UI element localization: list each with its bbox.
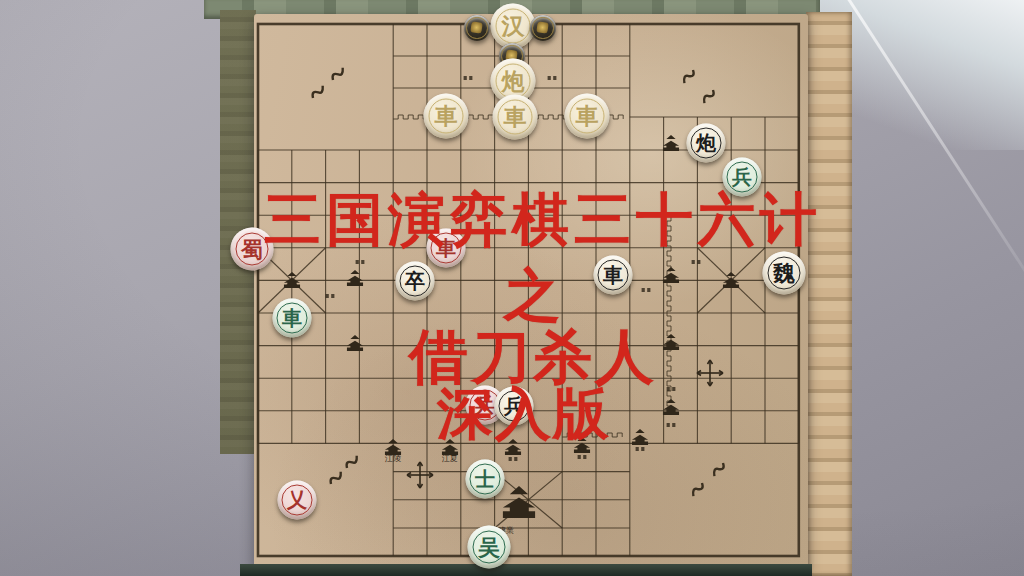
piece-glyph: 吴 [472, 530, 506, 564]
piece-wu-車[interactable]: 車 [273, 299, 312, 338]
piece-glyph: 卒 [400, 266, 431, 297]
piece-han-車[interactable]: 車 [565, 94, 610, 139]
piece-glyph: 車 [277, 303, 308, 334]
piece-han-車[interactable]: 車 [424, 94, 469, 139]
piece-han-汉[interactable]: 汉 [491, 4, 536, 49]
piece-glyph [466, 17, 487, 38]
piece-wu-士[interactable]: 士 [466, 460, 505, 499]
piece-glyph: 車 [598, 260, 629, 291]
piece-glyph: 車 [428, 98, 463, 133]
piece-shu-乂[interactable]: 乂 [278, 481, 317, 520]
piece-dark-token[interactable] [464, 15, 490, 41]
caption-line-1: 三国演弈棋三十六计 [264, 182, 822, 259]
piece-han-車[interactable]: 車 [493, 95, 538, 140]
piece-glyph: 炮 [691, 128, 722, 159]
piece-wei-炮[interactable]: 炮 [687, 124, 726, 163]
caption-line-4: 深入版 [437, 377, 611, 453]
piece-wei-車[interactable]: 車 [594, 256, 633, 295]
piece-wei-卒[interactable]: 卒 [396, 262, 435, 301]
piece-glyph: 炮 [495, 63, 530, 98]
piece-dark-token[interactable] [530, 15, 556, 41]
piece-glyph: 車 [497, 99, 532, 134]
piece-glyph [532, 17, 553, 38]
piece-glyph: 魏 [767, 256, 801, 290]
piece-glyph: 汉 [495, 8, 530, 43]
piece-wu-吴[interactable]: 吴 [468, 526, 511, 569]
photo-scene: 江陵江夏建業 汉炮車車車炮兵蜀車卒車魏車兵兵士乂吴 三国演弈棋三十六计 之 借刀… [0, 0, 1024, 576]
piece-glyph: 車 [569, 98, 604, 133]
piece-glyph: 乂 [282, 485, 313, 516]
piece-glyph: 士 [470, 464, 501, 495]
